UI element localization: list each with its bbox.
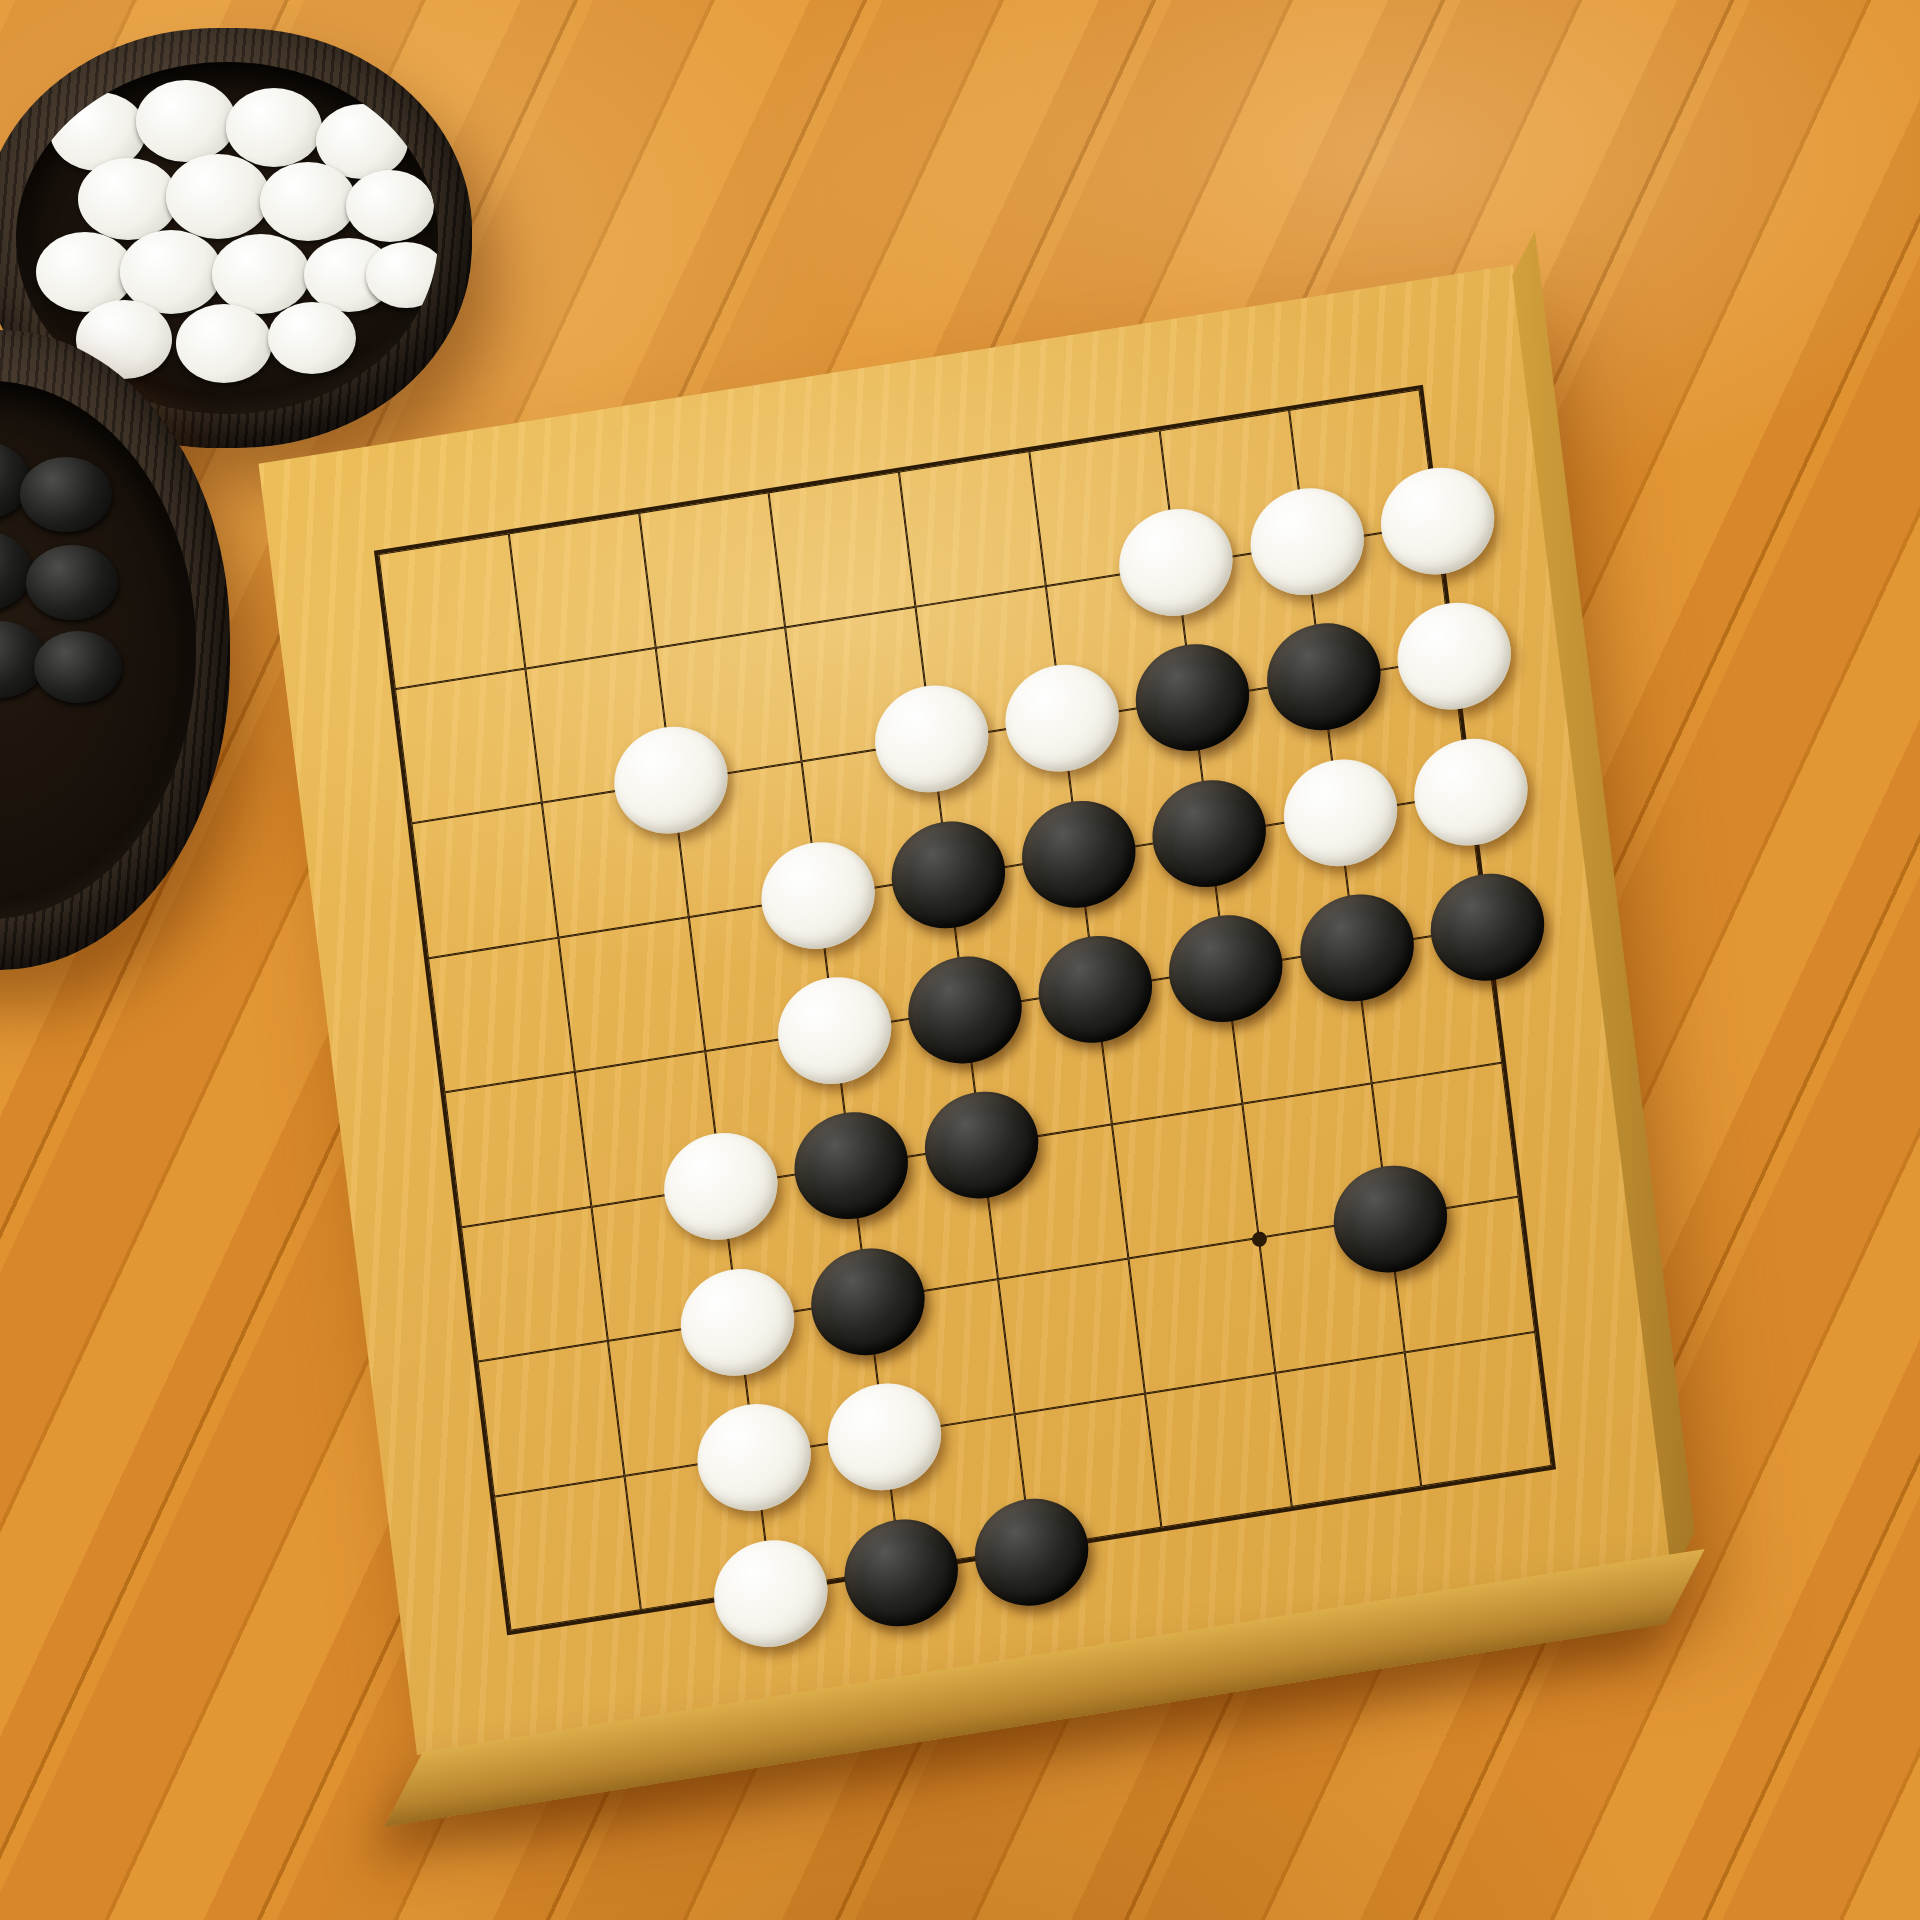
black-bowl-stone	[20, 457, 112, 532]
black-stones-in-bowl	[0, 381, 196, 919]
stone-black-h7[interactable]	[1327, 1157, 1453, 1280]
white-bowl-stone	[166, 154, 270, 239]
stone-black-g5[interactable]	[1163, 907, 1289, 1030]
stone-white-i3[interactable]	[1391, 595, 1517, 718]
white-bowl-stone	[346, 170, 434, 242]
stone-white-h2[interactable]	[1244, 480, 1370, 603]
stone-white-c9[interactable]	[708, 1532, 834, 1655]
stone-white-g2[interactable]	[1114, 501, 1240, 624]
white-bowl-stone	[366, 242, 437, 308]
stone-white-d8[interactable]	[822, 1376, 948, 1499]
stone-black-e6[interactable]	[919, 1084, 1045, 1207]
stone-black-g4[interactable]	[1147, 772, 1273, 895]
stone-black-f4[interactable]	[1016, 792, 1142, 915]
stone-black-g3[interactable]	[1130, 636, 1256, 759]
stone-white-i2[interactable]	[1375, 459, 1501, 582]
go-board[interactable]	[259, 265, 1672, 1755]
white-bowl-stone	[78, 158, 178, 240]
stone-white-c8[interactable]	[691, 1396, 817, 1519]
stone-black-h5[interactable]	[1294, 886, 1420, 1009]
stone-black-d6[interactable]	[788, 1105, 914, 1228]
stone-white-h4[interactable]	[1277, 751, 1403, 874]
white-bowl-stone	[176, 304, 272, 383]
stone-black-d9[interactable]	[838, 1511, 964, 1634]
white-bowl-stone	[226, 88, 322, 167]
stone-white-f3[interactable]	[1000, 657, 1126, 780]
stone-white-c7[interactable]	[674, 1261, 800, 1384]
white-bowl-stone	[212, 234, 310, 314]
white-bowl-stone	[260, 162, 356, 241]
white-bowl-stone	[268, 302, 356, 374]
black-bowl-stone	[34, 631, 122, 703]
stone-white-d5[interactable]	[772, 969, 898, 1092]
stone-black-i5[interactable]	[1425, 866, 1551, 989]
white-bowl-stone	[136, 80, 236, 162]
black-bowl-stone	[26, 545, 118, 620]
stone-white-e3[interactable]	[869, 677, 995, 800]
stone-black-e5[interactable]	[902, 948, 1028, 1071]
stone-white-c3[interactable]	[608, 719, 734, 842]
stone-white-c6[interactable]	[658, 1125, 784, 1248]
scene: { "game": "go", "board": { "size": 9, "o…	[0, 0, 1920, 1920]
hoshi-point	[1251, 1231, 1268, 1248]
goban-intersections[interactable]	[302, 307, 1627, 1713]
stone-black-e4[interactable]	[886, 813, 1012, 936]
stone-black-h3[interactable]	[1261, 615, 1387, 738]
goban-surface	[259, 265, 1672, 1755]
stone-black-f5[interactable]	[1033, 928, 1159, 1051]
stone-black-e9[interactable]	[969, 1490, 1095, 1613]
stone-black-d7[interactable]	[805, 1240, 931, 1363]
stone-white-d4[interactable]	[755, 834, 881, 957]
stone-white-i4[interactable]	[1408, 730, 1534, 853]
